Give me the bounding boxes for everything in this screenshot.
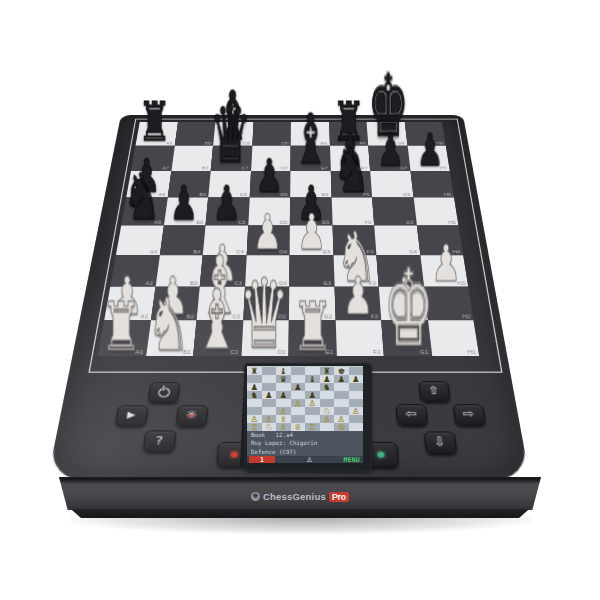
lcd-piece-white-pawn: ♙: [323, 415, 331, 423]
green-dot-icon: [377, 451, 384, 457]
lcd-piece-black-pawn: ♟: [279, 391, 287, 399]
lcd-piece-white-pawn: ♙: [294, 399, 302, 407]
lcd-line-variation: Defence (C97): [247, 448, 363, 456]
lcd-piece-white-pawn: ♙: [308, 399, 316, 407]
sun-icon: ☀: [185, 410, 198, 421]
square-e3[interactable]: E3: [289, 255, 334, 287]
square-a4[interactable]: A4: [116, 225, 163, 255]
lcd-square: [334, 391, 349, 399]
square-h1[interactable]: H1: [427, 320, 479, 356]
lcd-line-opening: Ruy Lopez: Chigorin: [247, 439, 363, 447]
lcd-piece-black-queen: ♛: [279, 375, 287, 383]
square-label: G5: [406, 221, 414, 225]
right-button[interactable]: ⇨: [452, 404, 486, 426]
lcd-square: ♙: [305, 399, 320, 407]
lcd-square: [349, 415, 364, 423]
lcd-square: ♞: [247, 391, 262, 399]
lcd-screen: ♜♝♜♚♛♝♟♟♟♟♟♞♞♟♟♟♙♙♙♘♙♙♙♗♙♙♖♘♗♕♖♔ Book 12…: [247, 366, 363, 463]
lcd-square: [262, 399, 277, 407]
red-dot-icon: [230, 451, 237, 457]
lcd-piece-white-pawn: ♙: [352, 407, 360, 415]
piece-white-rook-e1[interactable]: ♜: [292, 294, 333, 361]
up-arrow-icon: ⇧: [428, 385, 440, 396]
piece-white-knight-b1[interactable]: ♞: [147, 288, 191, 361]
lcd-square: [291, 367, 306, 375]
square-label: E3: [324, 281, 332, 285]
power-icon: [157, 387, 170, 397]
lcd-piece-black-rook: ♜: [250, 367, 258, 375]
brightness-button[interactable]: ☀: [175, 405, 208, 427]
lcd-square: [291, 407, 306, 415]
square-label: G6: [403, 193, 411, 197]
down-button[interactable]: ⇩: [423, 431, 457, 454]
lcd-square: ♟: [291, 383, 306, 391]
lcd-square: ♟: [349, 375, 364, 383]
square-label: F1: [373, 350, 381, 355]
left-arrow-icon: ⇦: [405, 409, 417, 420]
play-button[interactable]: ▶: [114, 405, 148, 427]
lcd-square: ♕: [291, 423, 306, 431]
square-g6[interactable]: G6: [370, 171, 413, 198]
down-arrow-icon: ⇩: [433, 436, 446, 448]
lcd-square: [349, 383, 364, 391]
lcd-square: ♙: [320, 415, 335, 423]
square-label: B6: [199, 193, 206, 197]
piece-black-pawn-h7[interactable]: ♟: [417, 128, 444, 173]
lcd-square: [320, 423, 335, 431]
lcd-piece-white-king: ♔: [337, 423, 345, 431]
piece-black-bishop-e7[interactable]: ♝: [292, 106, 328, 175]
lcd-square: [262, 375, 277, 383]
lcd-piece-white-queen: ♕: [294, 423, 302, 431]
lcd-piece-black-pawn: ♟: [352, 375, 360, 383]
piece-white-pawn-d4[interactable]: ♟: [253, 209, 282, 258]
right-arrow-icon: ⇨: [462, 409, 475, 420]
piece-black-pawn-b5[interactable]: ♟: [170, 181, 198, 228]
pawn-icon: ♙: [275, 456, 344, 463]
piece-black-knight-a5[interactable]: ♞: [122, 165, 160, 229]
piece-white-bishop-c1[interactable]: ♝: [195, 279, 239, 362]
lcd-piece-white-rook: ♖: [250, 423, 258, 431]
lcd-square: ♞: [320, 383, 335, 391]
piece-white-pawn-e4[interactable]: ♟: [297, 209, 326, 258]
square-label: A7: [162, 167, 169, 171]
up-button[interactable]: ⇧: [418, 381, 451, 402]
red-led-dot: [190, 414, 194, 417]
lcd-square: [349, 391, 364, 399]
lcd-status-bar: 1 ♙ MENU: [247, 456, 363, 463]
square-label: H2: [462, 315, 471, 320]
piece-black-pawn-g7[interactable]: ♟: [377, 128, 404, 173]
square-label: D8: [282, 142, 289, 145]
lcd-square: ♝: [305, 375, 320, 383]
left-button[interactable]: ⇦: [395, 404, 428, 426]
piece-white-rook-a1[interactable]: ♜: [100, 294, 141, 361]
square-f1[interactable]: F1: [335, 320, 384, 356]
lcd-square: ♖: [305, 423, 320, 431]
scene: A8B8C8D8E8F8G8H8A7B7C7D7E7F7G7H7A6B6C6D6…: [0, 0, 600, 600]
piece-black-queen-c7[interactable]: ♛: [209, 95, 251, 175]
lcd-line-book-move: Book 12.a4: [247, 431, 363, 439]
piece-black-pawn-c5[interactable]: ♟: [212, 181, 240, 228]
lcd-piece-white-bishop: ♗: [279, 423, 287, 431]
lcd-piece-white-rook: ♖: [308, 423, 316, 431]
piece-white-pawn-f2[interactable]: ♟: [343, 271, 374, 323]
lcd-square: ♖: [247, 423, 262, 431]
lcd-square: ♘: [262, 423, 277, 431]
square-label: H1: [467, 350, 476, 355]
square-label: H6: [444, 193, 452, 197]
lcd-square: ♟: [334, 375, 349, 383]
piece-white-pawn-h3[interactable]: ♟: [431, 239, 461, 289]
piece-black-pawn-d6[interactable]: ♟: [256, 154, 284, 200]
lcd-square: ♙: [349, 407, 364, 415]
lcd-square: ♜: [247, 367, 262, 375]
lcd-square: [305, 407, 320, 415]
lcd-piece-black-knight: ♞: [250, 391, 258, 399]
lcd-square: [247, 399, 262, 407]
help-button[interactable]: ?: [142, 430, 176, 453]
square-h6[interactable]: H6: [410, 171, 454, 198]
lcd-square: ♙: [291, 399, 306, 407]
lcd-square: ♟: [262, 391, 277, 399]
power-button[interactable]: [147, 382, 180, 403]
lcd-square: [334, 383, 349, 391]
lcd-square: [349, 423, 364, 431]
lcd-square: ♗: [276, 423, 291, 431]
square-label: H5: [448, 221, 456, 225]
lcd-square: [334, 399, 349, 407]
lcd-square: ♛: [276, 375, 291, 383]
lcd-square: ♟: [276, 391, 291, 399]
question-icon: ?: [155, 435, 164, 447]
lcd-piece-black-pawn: ♟: [337, 375, 345, 383]
square-label: A4: [150, 250, 158, 254]
lcd-square: ♔: [334, 423, 349, 431]
lcd-piece-black-pawn: ♟: [265, 391, 273, 399]
lcd-piece-white-knight: ♘: [265, 423, 273, 431]
play-icon: ▶: [126, 410, 136, 421]
square-label: B7: [202, 167, 209, 171]
piece-black-knight-f6[interactable]: ♞: [333, 139, 370, 202]
board-frame: A8B8C8D8E8F8G8H8A7B7C7D7E7F7G7H7A6B6C6D6…: [88, 119, 502, 373]
piece-white-queen-d1[interactable]: ♛: [239, 267, 289, 363]
lcd-square: [262, 367, 277, 375]
status-move-badge: 1: [249, 456, 275, 463]
photo-of-chess-computer: A8B8C8D8E8F8G8H8A7B7C7D7E7F7G7H7A6B6C6D6…: [0, 0, 600, 600]
lcd-piece-black-knight: ♞: [323, 383, 331, 391]
lcd-module: ♜♝♜♚♛♝♟♟♟♟♟♞♞♟♟♟♙♙♙♘♙♙♙♗♙♙♖♘♗♕♖♔ Book 12…: [244, 363, 372, 472]
piece-white-king-g1[interactable]: ♚: [383, 255, 433, 362]
lcd-piece-black-bishop: ♝: [308, 375, 316, 383]
piece-black-rook-a8[interactable]: ♜: [138, 95, 172, 149]
lcd-board-diagram: ♜♝♜♚♛♝♟♟♟♟♟♞♞♟♟♟♙♙♙♘♙♙♙♗♙♙♖♘♗♕♖♔: [247, 367, 363, 431]
menu-label: MENU: [344, 457, 360, 463]
lcd-piece-black-pawn: ♟: [294, 383, 302, 391]
lcd-square: [320, 391, 335, 399]
